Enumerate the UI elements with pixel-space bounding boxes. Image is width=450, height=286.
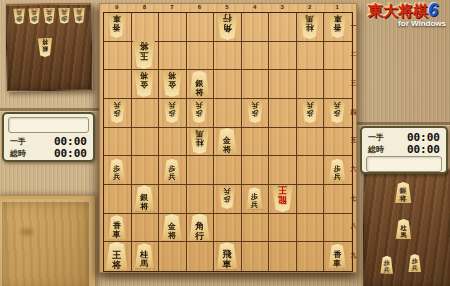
piece-kanji: 兵 (190, 101, 208, 109)
board-square[interactable] (159, 128, 187, 157)
right-clock-panel: 一手 00:00 総時 00:00 (360, 126, 448, 174)
piece-kanji: 行 (188, 231, 211, 241)
left-player-name-field (8, 117, 89, 133)
board-square[interactable] (242, 70, 270, 99)
piece-kanji: 馬 (395, 232, 412, 239)
piece-kanji: 馬 (299, 14, 320, 23)
piece-kanji: 兵 (43, 8, 56, 15)
shogi-piece-歩兵[interactable]: 歩兵 (58, 8, 71, 24)
shogi-piece-桂馬[interactable]: 桂馬 (395, 219, 412, 239)
file-label: 5 (213, 3, 241, 12)
board-square[interactable] (214, 99, 242, 128)
board-square[interactable] (242, 214, 270, 243)
board-square[interactable] (324, 70, 352, 99)
piece-kanji: 銀 (394, 187, 412, 195)
piece-kanji: 王 (271, 185, 294, 195)
board-square[interactable] (324, 128, 352, 157)
board-square[interactable] (297, 156, 325, 185)
board-square[interactable] (132, 214, 160, 243)
file-label: 1 (323, 3, 351, 12)
board-square[interactable] (132, 99, 160, 128)
piece-kanji: 車 (328, 259, 347, 268)
piece-kanji: 将 (216, 145, 238, 154)
board-square[interactable] (242, 156, 270, 185)
piece-kanji: 兵 (218, 187, 236, 195)
board-square[interactable] (214, 214, 242, 243)
piece-kanji: 兵 (58, 8, 71, 15)
file-label: 4 (241, 3, 269, 12)
sente-hand-tray: 銀将桂馬歩兵歩兵 (363, 168, 450, 286)
gote-hand-tray: 歩兵歩兵歩兵歩兵歩兵銀将 (6, 3, 93, 92)
board-square[interactable] (324, 185, 352, 214)
piece-kanji: 兵 (246, 201, 264, 209)
file-label: 2 (296, 3, 324, 12)
piece-kanji: 馬 (134, 259, 155, 268)
board-square[interactable] (269, 70, 297, 99)
board-square[interactable] (132, 156, 160, 185)
shogi-piece-銀将[interactable]: 銀将 (394, 182, 412, 203)
shogi-piece-歩兵[interactable]: 歩兵 (380, 256, 394, 274)
right-player-name-field (366, 156, 442, 172)
shogi-board: 987654321 一二三四五六七八九 香車角行桂馬香車玉将金将金将銀将歩兵歩兵… (99, 3, 357, 273)
shogi-piece-歩兵[interactable]: 歩兵 (73, 8, 86, 24)
piece-kanji: 将 (188, 88, 210, 97)
piece-kanji: 将 (133, 202, 155, 211)
board-square[interactable] (297, 128, 325, 157)
piece-kanji: 兵 (246, 101, 264, 109)
file-labels: 987654321 (103, 3, 351, 12)
piece-kanji: 兵 (73, 8, 86, 15)
board-square[interactable] (104, 42, 132, 71)
left-total-time-value: 00:00 (54, 147, 87, 160)
tatami-seam-right (357, 122, 450, 125)
piece-kanji: 兵 (408, 265, 422, 272)
app-subtitle: for Windows (357, 20, 449, 28)
board-square[interactable] (214, 156, 242, 185)
piece-kanji: 兵 (163, 101, 181, 109)
piece-kanji: 将 (161, 231, 183, 240)
board-square[interactable] (297, 42, 325, 71)
board-square[interactable] (214, 70, 242, 99)
board-square[interactable] (187, 242, 215, 271)
piece-kanji: 兵 (163, 173, 181, 181)
piece-kanji: 将 (37, 38, 53, 45)
file-label: 6 (186, 3, 214, 12)
board-square[interactable] (242, 242, 270, 271)
piece-kanji: 兵 (328, 101, 346, 109)
shogi-piece-歩兵[interactable]: 歩兵 (43, 8, 56, 24)
piece-kanji: 兵 (13, 8, 26, 15)
file-label: 3 (268, 3, 296, 12)
board-square[interactable] (159, 42, 187, 71)
board-square[interactable] (297, 214, 325, 243)
board-square[interactable] (159, 13, 187, 42)
piece-kanji: 歩 (58, 15, 71, 22)
app-logo-text: 東大将棋 (368, 2, 428, 19)
piece-kanji: 兵 (301, 101, 319, 109)
file-label: 9 (103, 3, 131, 12)
left-total-time-label: 総時 (10, 148, 26, 159)
app-logo-number: 6 (428, 0, 438, 20)
board-square[interactable] (187, 185, 215, 214)
board-square[interactable] (214, 42, 242, 71)
right-total-time-value: 00:00 (407, 143, 440, 156)
piece-kanji: 馬 (189, 129, 210, 138)
piece-kanji: 歩 (28, 15, 41, 22)
board-square[interactable] (242, 42, 270, 71)
shogi-piece-歩兵[interactable]: 歩兵 (28, 8, 41, 24)
board-square[interactable] (159, 185, 187, 214)
board-square[interactable] (242, 13, 270, 42)
piece-kanji: 将 (161, 71, 183, 80)
piece-kanji: 歩 (73, 15, 86, 22)
board-square[interactable] (324, 42, 352, 71)
left-clock-panel: 一手 00:00 総時 00:00 (2, 112, 95, 162)
board-square[interactable] (269, 156, 297, 185)
piece-kanji: 将 (133, 71, 155, 80)
board-square[interactable] (104, 128, 132, 157)
piece-kanji: 兵 (28, 8, 41, 15)
board-square[interactable] (132, 13, 160, 42)
board-square[interactable] (297, 242, 325, 271)
tatami-seam-left (0, 108, 99, 111)
board-square[interactable] (242, 128, 270, 157)
board-square[interactable] (159, 242, 187, 271)
right-move-time-label: 一手 (368, 132, 384, 143)
left-move-time-label: 一手 (10, 136, 26, 147)
piece-kanji: 車 (107, 230, 126, 239)
right-total-time-label: 総時 (368, 144, 384, 155)
board-square[interactable] (104, 70, 132, 99)
board-square[interactable] (269, 99, 297, 128)
piece-kanji: 兵 (328, 173, 346, 181)
piece-kanji: 車 (107, 14, 126, 23)
file-label: 7 (158, 3, 186, 12)
piece-kanji: 将 (105, 260, 129, 270)
board-square[interactable] (187, 13, 215, 42)
piece-kanji: 車 (216, 259, 239, 269)
file-label: 8 (131, 3, 159, 12)
piece-kanji: 歩 (13, 15, 26, 22)
app-logo: 東大将棋6 for Windows (357, 1, 449, 28)
piece-kanji: 銀 (37, 45, 53, 52)
board-square[interactable] (187, 42, 215, 71)
piece-kanji: 将 (132, 41, 156, 51)
board-square[interactable] (269, 42, 297, 71)
piece-kanji: 兵 (108, 101, 126, 109)
empty-piece-box (0, 196, 95, 286)
board-square[interactable] (297, 70, 325, 99)
piece-kanji: 兵 (380, 267, 394, 274)
shogi-piece-銀将[interactable]: 銀将 (37, 38, 53, 57)
piece-kanji: 歩 (43, 15, 56, 22)
piece-kanji: 将 (394, 195, 412, 203)
shogi-piece-歩兵[interactable]: 歩兵 (408, 254, 422, 272)
piece-kanji: 車 (328, 14, 347, 23)
board-square[interactable] (104, 185, 132, 214)
board-square[interactable] (269, 242, 297, 271)
piece-kanji: 行 (216, 13, 239, 23)
board-square[interactable] (269, 214, 297, 243)
board-square[interactable] (132, 128, 160, 157)
piece-kanji: 兵 (108, 173, 126, 181)
board-square[interactable] (269, 13, 297, 42)
board-square[interactable] (187, 156, 215, 185)
shogi-piece-歩兵[interactable]: 歩兵 (13, 8, 26, 24)
board-square[interactable] (324, 214, 352, 243)
board-square[interactable] (297, 185, 325, 214)
board-square[interactable] (269, 128, 297, 157)
